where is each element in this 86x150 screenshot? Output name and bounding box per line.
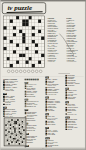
answer-circle: [39, 70, 42, 73]
empty-cell: [41, 64, 44, 67]
newspaper-page: tv puzzle ACROSS 1 Kovacs of TV5 Casey p…: [0, 0, 86, 150]
scan-edge-top: [0, 0, 86, 2]
answer-circle: [23, 70, 26, 73]
listing-col-1: TUESDAY EVENING2News; Weather, Sports4Hu…: [3, 78, 23, 116]
down-list: 1 Adams of TV2 'Mr. ___'3 News letters4 …: [66, 19, 84, 62]
answer-circle: [27, 70, 30, 73]
solution-box: [4, 118, 26, 147]
answer-circle: [31, 70, 34, 73]
listing-col-3: 7:003News — Cronkite6Littlest Hobo8Flint…: [45, 75, 63, 148]
answer-circle: [19, 70, 22, 73]
across-clues: ACROSS 1 Kovacs of TV5 Casey portrayer9 …: [47, 17, 65, 67]
answer-circle: [11, 70, 14, 73]
across-list: 1 Kovacs of TV5 Casey portrayer9 Griffit…: [47, 19, 65, 62]
scan-edge-left: [0, 0, 1, 150]
solution-grid: [5, 119, 24, 144]
answer-circles: [7, 70, 42, 73]
answer-circle: [35, 70, 38, 73]
title-frame: tv puzzle: [2, 2, 46, 14]
clue-line: 47 Horizontal hold: [66, 61, 84, 63]
listing-entry: 13Sign Off: [65, 128, 84, 130]
scan-edge-right: [84, 0, 86, 150]
listing-col-2: 2457911138:002Red Skelton Hour4Dr. Kilda…: [24, 78, 43, 148]
solution-letter-cell: [23, 143, 24, 145]
channel-chip: 13: [37, 79, 39, 81]
listing-col-4: 2Secret Storm4Match Game5Trailmaster7Dar…: [65, 75, 84, 147]
answer-circle: [15, 70, 18, 73]
title-underline: [7, 11, 43, 13]
clue-line: 49 Prime time: [47, 61, 65, 63]
listing-text: Sign Off: [67, 129, 72, 130]
answer-circle: [7, 70, 10, 73]
scan-edge-bottom: [0, 147, 86, 150]
scanned-page: tv puzzle ACROSS 1 Kovacs of TV5 Casey p…: [0, 0, 86, 150]
down-clues: DOWN 1 Adams of TV2 'Mr. ___'3 News lett…: [66, 17, 84, 67]
crossword-grid: [3, 16, 44, 68]
